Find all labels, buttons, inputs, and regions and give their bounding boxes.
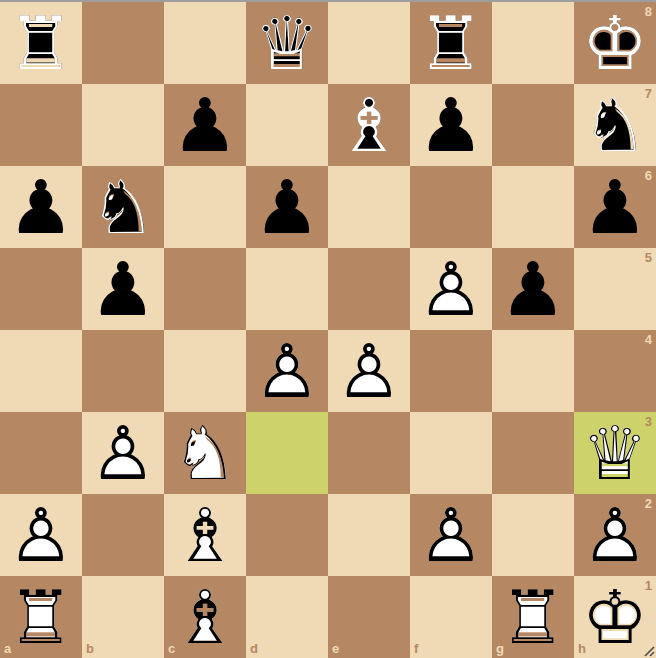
black-pawn[interactable]: ♟: [0, 166, 82, 248]
square-c5[interactable]: [164, 248, 246, 330]
file-label-f: f: [414, 641, 418, 656]
rank-label-5: 5: [645, 250, 652, 265]
square-f4[interactable]: [410, 330, 492, 412]
square-a2[interactable]: ♟♙: [0, 494, 82, 576]
black-rook[interactable]: ♜♖: [410, 2, 492, 84]
square-h3[interactable]: ♛♕3: [574, 412, 656, 494]
square-c8[interactable]: [164, 2, 246, 84]
square-b1[interactable]: b: [82, 576, 164, 658]
square-h7[interactable]: ♞♘7: [574, 84, 656, 166]
square-a7[interactable]: [0, 84, 82, 166]
square-f6[interactable]: [410, 166, 492, 248]
black-queen[interactable]: ♛♕: [246, 2, 328, 84]
black-king[interactable]: ♚♔: [574, 2, 656, 84]
square-a1[interactable]: ♜♖a: [0, 576, 82, 658]
square-f7[interactable]: ♟: [410, 84, 492, 166]
square-h6[interactable]: ♟6: [574, 166, 656, 248]
square-a5[interactable]: [0, 248, 82, 330]
white-pawn[interactable]: ♟♙: [574, 494, 656, 576]
white-pawn[interactable]: ♟♙: [82, 412, 164, 494]
square-h8[interactable]: ♚♔8: [574, 2, 656, 84]
square-d5[interactable]: [246, 248, 328, 330]
square-d6[interactable]: ♟: [246, 166, 328, 248]
square-d4[interactable]: ♟♙: [246, 330, 328, 412]
square-h5[interactable]: 5: [574, 248, 656, 330]
white-pawn[interactable]: ♟♙: [410, 248, 492, 330]
square-b4[interactable]: [82, 330, 164, 412]
square-c6[interactable]: [164, 166, 246, 248]
square-g4[interactable]: [492, 330, 574, 412]
black-knight[interactable]: ♞♘: [574, 84, 656, 166]
square-f1[interactable]: f: [410, 576, 492, 658]
black-pawn[interactable]: ♟: [164, 84, 246, 166]
square-e2[interactable]: [328, 494, 410, 576]
square-c7[interactable]: ♟: [164, 84, 246, 166]
square-g1[interactable]: ♜♖g: [492, 576, 574, 658]
square-b8[interactable]: [82, 2, 164, 84]
square-a4[interactable]: [0, 330, 82, 412]
black-bishop[interactable]: ♝♗: [328, 84, 410, 166]
black-pawn[interactable]: ♟: [82, 248, 164, 330]
square-h2[interactable]: ♟♙2: [574, 494, 656, 576]
file-label-d: d: [250, 641, 258, 656]
white-queen[interactable]: ♛♕: [574, 412, 656, 494]
square-f3[interactable]: [410, 412, 492, 494]
white-rook[interactable]: ♜♖: [0, 576, 82, 658]
black-pawn[interactable]: ♟: [246, 166, 328, 248]
black-rook[interactable]: ♜♖: [0, 2, 82, 84]
file-label-e: e: [332, 641, 339, 656]
square-b7[interactable]: [82, 84, 164, 166]
square-g7[interactable]: [492, 84, 574, 166]
square-d1[interactable]: d: [246, 576, 328, 658]
square-e1[interactable]: e: [328, 576, 410, 658]
black-pawn[interactable]: ♟: [574, 166, 656, 248]
square-g6[interactable]: [492, 166, 574, 248]
square-d2[interactable]: [246, 494, 328, 576]
square-d3[interactable]: [246, 412, 328, 494]
white-pawn[interactable]: ♟♙: [328, 330, 410, 412]
chess-board: ♜♖♛♕♜♖♚♔8♟♝♗♟♞♘7♟♞♘♟♟6♟♟♙♟5♟♙♟♙4♟♙♞♘♛♕3♟…: [0, 2, 656, 658]
white-pawn[interactable]: ♟♙: [0, 494, 82, 576]
square-b5[interactable]: ♟: [82, 248, 164, 330]
square-e7[interactable]: ♝♗: [328, 84, 410, 166]
square-f5[interactable]: ♟♙: [410, 248, 492, 330]
square-e8[interactable]: [328, 2, 410, 84]
rank-label-4: 4: [645, 332, 652, 347]
square-f8[interactable]: ♜♖: [410, 2, 492, 84]
square-a8[interactable]: ♜♖: [0, 2, 82, 84]
square-b2[interactable]: [82, 494, 164, 576]
square-f2[interactable]: ♟♙: [410, 494, 492, 576]
square-g2[interactable]: [492, 494, 574, 576]
white-bishop[interactable]: ♝♗: [164, 576, 246, 658]
square-h4[interactable]: 4: [574, 330, 656, 412]
square-b6[interactable]: ♞♘: [82, 166, 164, 248]
white-pawn[interactable]: ♟♙: [246, 330, 328, 412]
square-g5[interactable]: ♟: [492, 248, 574, 330]
square-a3[interactable]: [0, 412, 82, 494]
square-d7[interactable]: [246, 84, 328, 166]
square-b3[interactable]: ♟♙: [82, 412, 164, 494]
square-c2[interactable]: ♝♗: [164, 494, 246, 576]
white-bishop[interactable]: ♝♗: [164, 494, 246, 576]
square-e5[interactable]: [328, 248, 410, 330]
white-knight[interactable]: ♞♘: [164, 412, 246, 494]
square-a6[interactable]: ♟: [0, 166, 82, 248]
square-c4[interactable]: [164, 330, 246, 412]
white-pawn[interactable]: ♟♙: [410, 494, 492, 576]
square-c3[interactable]: ♞♘: [164, 412, 246, 494]
white-rook[interactable]: ♜♖: [492, 576, 574, 658]
board-resize-grip-icon[interactable]: [641, 643, 655, 657]
chess-board-container: ♜♖♛♕♜♖♚♔8♟♝♗♟♞♘7♟♞♘♟♟6♟♟♙♟5♟♙♟♙4♟♙♞♘♛♕3♟…: [0, 0, 656, 658]
square-g8[interactable]: [492, 2, 574, 84]
square-e6[interactable]: [328, 166, 410, 248]
black-pawn[interactable]: ♟: [410, 84, 492, 166]
file-label-b: b: [86, 641, 94, 656]
square-g3[interactable]: [492, 412, 574, 494]
square-e4[interactable]: ♟♙: [328, 330, 410, 412]
square-c1[interactable]: ♝♗c: [164, 576, 246, 658]
black-knight[interactable]: ♞♘: [82, 166, 164, 248]
black-pawn[interactable]: ♟: [492, 248, 574, 330]
square-e3[interactable]: [328, 412, 410, 494]
square-d8[interactable]: ♛♕: [246, 2, 328, 84]
